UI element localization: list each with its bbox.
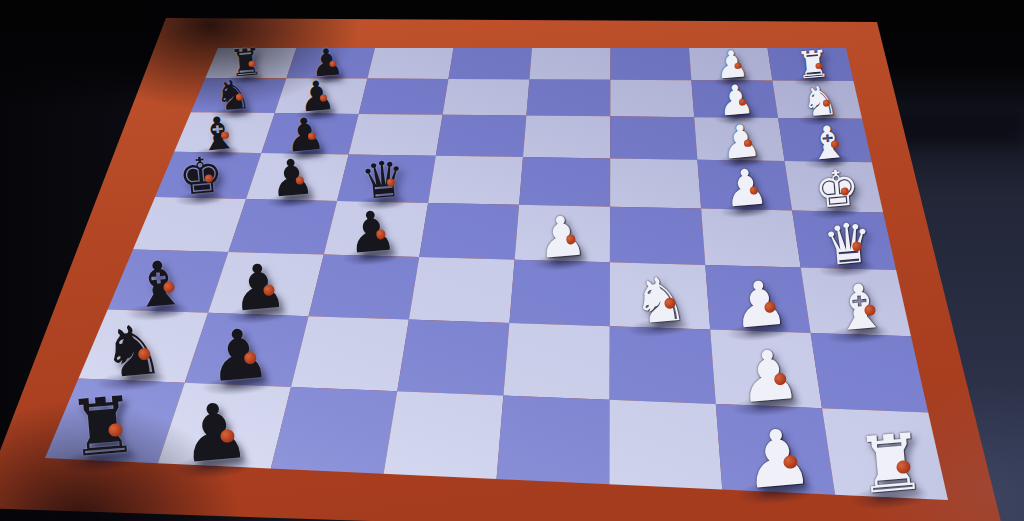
square-f3[interactable] [610,116,697,159]
square-b6[interactable] [291,316,409,391]
white-pawn-glyph: ♟ [722,162,771,215]
square-c5[interactable] [409,257,515,323]
square-d2[interactable] [701,209,801,268]
red-ball-accent [739,98,746,105]
square-h5[interactable] [448,48,532,79]
square-g4[interactable] [526,79,610,116]
white-pawn-glyph: ♟ [535,208,589,268]
red-ball-accent [221,428,235,442]
square-f4[interactable] [523,116,610,159]
square-b3[interactable] [610,326,716,404]
square-h6[interactable] [367,48,453,79]
white-king-glyph: ♚ [813,164,862,217]
square-b5[interactable] [397,320,509,396]
piece-white-pawn-d4[interactable]: ♟ [535,208,589,268]
piece-white-pawn-e2[interactable]: ♟ [722,162,771,215]
piece-white-rook-a1[interactable]: ♜ [853,423,929,506]
square-g3[interactable] [610,80,694,117]
white-pawn-glyph: ♟ [730,272,791,338]
piece-black-pawn-a7[interactable]: ♟ [177,391,253,474]
square-g5[interactable] [443,79,530,116]
square-f5[interactable] [436,115,527,157]
square-a5[interactable] [384,391,504,479]
square-a6[interactable] [271,387,397,474]
piece-white-pawn-b2[interactable]: ♟ [735,340,803,414]
square-b4[interactable] [503,323,609,400]
piece-white-pawn-a2[interactable]: ♟ [740,417,816,500]
red-ball-accent [163,281,174,292]
piece-white-knight-c3[interactable]: ♞ [630,269,691,335]
piece-black-rook-a8[interactable]: ♜ [65,386,141,469]
square-e5[interactable] [428,156,523,205]
black-pawn-glyph: ♟ [345,203,399,263]
black-pawn-glyph: ♟ [229,255,290,321]
piece-black-knight-b8[interactable]: ♞ [99,314,167,388]
white-pawn-glyph: ♟ [740,417,816,500]
black-pawn-glyph: ♟ [177,391,253,474]
piece-white-bishop-c1[interactable]: ♝ [830,275,891,341]
white-queen-glyph: ♛ [821,216,875,276]
white-pawn-glyph: ♟ [735,340,803,414]
black-pawn-glyph: ♟ [205,319,273,393]
square-h4[interactable] [529,48,610,80]
black-pawn-glyph: ♟ [268,152,317,205]
square-d3[interactable] [610,207,705,265]
red-ball-accent [137,347,150,360]
piece-white-queen-d1[interactable]: ♛ [821,216,875,276]
square-a3[interactable] [609,400,722,490]
square-e4[interactable] [519,157,610,207]
square-e3[interactable] [610,158,701,208]
piece-white-king-e1[interactable]: ♚ [813,164,862,217]
red-ball-accent [773,373,786,386]
chess-scene: ♜♟♟♜♞♟♟♞♝♟♟♝♚♟♛♟♚♟♟♛♝♟♞♟♝♞♟♟♜♟♟♜ [0,0,1024,521]
white-rook-glyph: ♜ [853,423,929,506]
red-ball-accent [822,99,829,106]
piece-black-pawn-c7[interactable]: ♟ [229,255,290,321]
square-a4[interactable] [497,396,610,485]
black-knight-glyph: ♞ [99,314,167,388]
red-ball-accent [376,229,386,239]
white-bishop-glyph: ♝ [830,275,891,341]
red-ball-accent [744,139,752,147]
piece-black-pawn-b7[interactable]: ♟ [205,319,273,393]
piece-white-pawn-c2[interactable]: ♟ [730,272,791,338]
piece-black-king-e8[interactable]: ♚ [177,151,226,204]
red-ball-accent [764,301,775,312]
square-h3[interactable] [610,48,691,80]
red-ball-accent [896,460,910,474]
black-rook-glyph: ♜ [65,386,141,469]
square-g6[interactable] [359,79,449,115]
square-d5[interactable] [419,203,519,260]
black-king-glyph: ♚ [177,151,226,204]
white-knight-glyph: ♞ [630,269,691,335]
red-ball-accent [243,352,256,365]
piece-black-pawn-d6[interactable]: ♟ [345,203,399,263]
piece-black-pawn-e7[interactable]: ♟ [268,152,317,205]
